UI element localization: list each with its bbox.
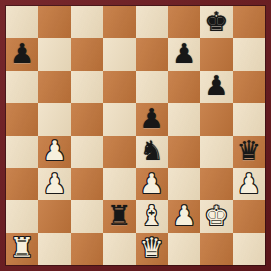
piece-white-bishop[interactable]: ♝: [140, 202, 164, 229]
square-f6[interactable]: [168, 71, 200, 103]
piece-white-king[interactable]: ♚: [204, 202, 228, 229]
piece-white-pawn[interactable]: ♟: [237, 170, 261, 197]
square-a2[interactable]: [6, 200, 38, 232]
square-d3[interactable]: [103, 168, 135, 200]
square-c1[interactable]: [71, 233, 103, 265]
square-g3[interactable]: [200, 168, 232, 200]
square-f5[interactable]: [168, 103, 200, 135]
square-f2[interactable]: ♟: [168, 200, 200, 232]
square-a8[interactable]: [6, 6, 38, 38]
square-d6[interactable]: [103, 71, 135, 103]
square-e6[interactable]: [136, 71, 168, 103]
square-g4[interactable]: [200, 136, 232, 168]
square-b1[interactable]: [38, 233, 70, 265]
square-d7[interactable]: [103, 38, 135, 70]
piece-white-pawn[interactable]: ♟: [42, 137, 66, 164]
square-f3[interactable]: [168, 168, 200, 200]
piece-white-rook[interactable]: ♜: [10, 234, 34, 261]
square-a5[interactable]: [6, 103, 38, 135]
square-f8[interactable]: [168, 6, 200, 38]
square-g8[interactable]: ♚: [200, 6, 232, 38]
piece-black-pawn[interactable]: ♟: [172, 40, 196, 67]
square-h3[interactable]: ♟: [233, 168, 265, 200]
piece-white-queen[interactable]: ♛: [140, 234, 164, 261]
square-a1[interactable]: ♜: [6, 233, 38, 265]
square-g2[interactable]: ♚: [200, 200, 232, 232]
square-h1[interactable]: [233, 233, 265, 265]
square-d4[interactable]: [103, 136, 135, 168]
square-h7[interactable]: [233, 38, 265, 70]
piece-black-queen[interactable]: ♛: [237, 137, 261, 164]
square-e2[interactable]: ♝: [136, 200, 168, 232]
piece-black-rook[interactable]: ♜: [107, 202, 131, 229]
square-a3[interactable]: [6, 168, 38, 200]
square-c5[interactable]: [71, 103, 103, 135]
square-h6[interactable]: [233, 71, 265, 103]
square-h8[interactable]: [233, 6, 265, 38]
piece-white-pawn[interactable]: ♟: [140, 170, 164, 197]
square-c8[interactable]: [71, 6, 103, 38]
square-f1[interactable]: [168, 233, 200, 265]
square-a7[interactable]: ♟: [6, 38, 38, 70]
piece-black-pawn[interactable]: ♟: [204, 72, 228, 99]
square-c4[interactable]: [71, 136, 103, 168]
square-f7[interactable]: ♟: [168, 38, 200, 70]
square-c7[interactable]: [71, 38, 103, 70]
square-a4[interactable]: [6, 136, 38, 168]
square-d5[interactable]: [103, 103, 135, 135]
square-b4[interactable]: ♟: [38, 136, 70, 168]
board-frame: ♚♟♟♟♟♟♞♛♟♟♟♜♝♟♚♜♛: [0, 0, 271, 271]
square-h4[interactable]: ♛: [233, 136, 265, 168]
piece-white-pawn[interactable]: ♟: [42, 170, 66, 197]
square-b3[interactable]: ♟: [38, 168, 70, 200]
square-d1[interactable]: [103, 233, 135, 265]
square-g6[interactable]: ♟: [200, 71, 232, 103]
piece-black-pawn[interactable]: ♟: [140, 105, 164, 132]
square-c3[interactable]: [71, 168, 103, 200]
square-h2[interactable]: [233, 200, 265, 232]
square-g5[interactable]: [200, 103, 232, 135]
square-e4[interactable]: ♞: [136, 136, 168, 168]
square-b7[interactable]: [38, 38, 70, 70]
chess-board: ♚♟♟♟♟♟♞♛♟♟♟♜♝♟♚♜♛: [6, 6, 265, 265]
square-g1[interactable]: [200, 233, 232, 265]
square-g7[interactable]: [200, 38, 232, 70]
square-d2[interactable]: ♜: [103, 200, 135, 232]
square-b8[interactable]: [38, 6, 70, 38]
piece-black-knight[interactable]: ♞: [140, 137, 164, 164]
square-e1[interactable]: ♛: [136, 233, 168, 265]
square-e3[interactable]: ♟: [136, 168, 168, 200]
square-c2[interactable]: [71, 200, 103, 232]
piece-black-king[interactable]: ♚: [204, 8, 228, 35]
square-f4[interactable]: [168, 136, 200, 168]
square-e5[interactable]: ♟: [136, 103, 168, 135]
piece-black-pawn[interactable]: ♟: [10, 40, 34, 67]
square-a6[interactable]: [6, 71, 38, 103]
square-b5[interactable]: [38, 103, 70, 135]
square-c6[interactable]: [71, 71, 103, 103]
square-b6[interactable]: [38, 71, 70, 103]
square-d8[interactable]: [103, 6, 135, 38]
piece-white-pawn[interactable]: ♟: [172, 202, 196, 229]
square-e7[interactable]: [136, 38, 168, 70]
square-e8[interactable]: [136, 6, 168, 38]
square-h5[interactable]: [233, 103, 265, 135]
square-b2[interactable]: [38, 200, 70, 232]
